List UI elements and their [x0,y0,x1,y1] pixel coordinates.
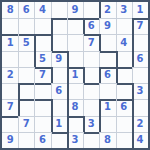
cell-r6c5[interactable] [67,83,83,99]
given-r4c4[interactable]: 9 [51,51,67,67]
given-r3c2[interactable]: 5 [18,34,34,50]
cell-r2c2[interactable] [18,18,34,34]
cell-r5c6[interactable] [83,67,99,83]
cell-r6c1[interactable] [2,83,18,99]
given-r9c7[interactable]: 8 [99,132,115,148]
cell-r8c8[interactable] [116,116,132,132]
given-r1c2[interactable]: 6 [18,2,34,18]
given-r5c3[interactable]: 7 [34,67,50,83]
cell-r7c4[interactable] [51,99,67,115]
cell-r2c4[interactable] [51,18,67,34]
given-r2c7[interactable]: 9 [99,18,115,34]
page: 864923169715745962716637816713296384 [0,0,150,150]
given-r6c4[interactable]: 6 [51,83,67,99]
sudoku-board: 864923169715745962716637816713296384 [0,0,150,150]
given-r1c1[interactable]: 8 [2,2,18,18]
cell-r3c3[interactable] [34,34,50,50]
given-r9c5[interactable]: 3 [67,132,83,148]
cell-r7c3[interactable] [34,99,50,115]
cell-r4c2[interactable] [18,51,34,67]
cell-r5c2[interactable] [18,67,34,83]
given-r8c6[interactable]: 3 [83,116,99,132]
given-r8c9[interactable]: 2 [132,116,148,132]
given-r2c9[interactable]: 7 [132,18,148,34]
cell-r9c4[interactable] [51,132,67,148]
given-r3c6[interactable]: 7 [83,34,99,50]
cell-r4c1[interactable] [2,51,18,67]
cell-r8c5[interactable] [67,116,83,132]
cell-r5c8[interactable] [116,67,132,83]
given-r9c9[interactable]: 4 [132,132,148,148]
given-r5c5[interactable]: 1 [67,67,83,83]
given-r8c2[interactable]: 7 [18,116,34,132]
cell-r7c6[interactable] [83,99,99,115]
given-r4c9[interactable]: 6 [132,51,148,67]
given-r1c3[interactable]: 4 [34,2,50,18]
cell-r6c6[interactable] [83,83,99,99]
cell-r3c9[interactable] [132,34,148,50]
given-r3c8[interactable]: 4 [116,34,132,50]
given-r9c1[interactable]: 9 [2,132,18,148]
cell-r6c3[interactable] [34,83,50,99]
given-r8c4[interactable]: 1 [51,116,67,132]
cell-r5c9[interactable] [132,67,148,83]
given-r4c3[interactable]: 5 [34,51,50,67]
given-r7c1[interactable]: 7 [2,99,18,115]
cell-r2c5[interactable] [67,18,83,34]
cell-r8c1[interactable] [2,116,18,132]
given-r1c8[interactable]: 3 [116,2,132,18]
cell-r3c7[interactable] [99,34,115,50]
cell-r6c8[interactable] [116,83,132,99]
given-r5c7[interactable]: 6 [99,67,115,83]
given-r1c7[interactable]: 2 [99,2,115,18]
cell-r4c5[interactable] [67,51,83,67]
given-r5c1[interactable]: 2 [2,67,18,83]
given-r2c6[interactable]: 6 [83,18,99,34]
cell-r6c2[interactable] [18,83,34,99]
cell-r2c1[interactable] [2,18,18,34]
cell-r4c7[interactable] [99,51,115,67]
given-r1c5[interactable]: 9 [67,2,83,18]
cell-r6c7[interactable] [99,83,115,99]
cell-r9c8[interactable] [116,132,132,148]
cell-r8c7[interactable] [99,116,115,132]
cell-r7c9[interactable] [132,99,148,115]
given-r6c9[interactable]: 3 [132,83,148,99]
cell-r1c6[interactable] [83,2,99,18]
cell-r2c3[interactable] [34,18,50,34]
cell-r3c4[interactable] [51,34,67,50]
cell-r9c6[interactable] [83,132,99,148]
cell-r4c6[interactable] [83,51,99,67]
given-r7c8[interactable]: 6 [116,99,132,115]
given-r1c9[interactable]: 1 [132,2,148,18]
cell-r4c8[interactable] [116,51,132,67]
cell-r8c3[interactable] [34,116,50,132]
cell-r9c2[interactable] [18,132,34,148]
cell-r7c2[interactable] [18,99,34,115]
given-r7c5[interactable]: 8 [67,99,83,115]
given-r3c1[interactable]: 1 [2,34,18,50]
cell-r3c5[interactable] [67,34,83,50]
cell-r1c4[interactable] [51,2,67,18]
cell-r2c8[interactable] [116,18,132,34]
cell-r5c4[interactable] [51,67,67,83]
given-r9c3[interactable]: 6 [34,132,50,148]
given-r7c7[interactable]: 1 [99,99,115,115]
